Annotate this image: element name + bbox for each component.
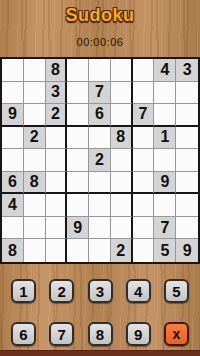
cell-r9c4[interactable] (67, 239, 89, 262)
cell-r5c8[interactable] (154, 149, 176, 172)
cell-r3c4[interactable] (67, 104, 89, 127)
bottom-edge (0, 350, 200, 356)
cell-r8c4[interactable]: 9 (67, 217, 89, 240)
cell-r1c7[interactable] (133, 59, 155, 82)
cell-r1c6[interactable] (111, 59, 133, 82)
cell-r4c1[interactable] (2, 127, 24, 150)
cell-r8c6[interactable] (111, 217, 133, 240)
cell-r6c8[interactable]: 9 (154, 172, 176, 195)
cell-r7c8[interactable] (154, 194, 176, 217)
cell-r7c5[interactable] (89, 194, 111, 217)
cell-r7c1[interactable]: 4 (2, 194, 24, 217)
cell-r3c9[interactable] (176, 104, 198, 127)
cell-r2c4[interactable] (67, 82, 89, 105)
numpad-button-6[interactable]: 6 (11, 322, 36, 346)
cell-r5c7[interactable] (133, 149, 155, 172)
cell-r1c5[interactable] (89, 59, 111, 82)
cell-r4c8[interactable]: 1 (154, 127, 176, 150)
app-title: Sudoku (0, 5, 200, 26)
cell-r9c6[interactable]: 2 (111, 239, 133, 262)
cell-r8c7[interactable] (133, 217, 155, 240)
cell-r1c8[interactable]: 4 (154, 59, 176, 82)
cell-r4c7[interactable] (133, 127, 155, 150)
cell-r8c5[interactable] (89, 217, 111, 240)
cell-r8c8[interactable]: 7 (154, 217, 176, 240)
cell-r1c1[interactable] (2, 59, 24, 82)
cell-r1c2[interactable] (24, 59, 46, 82)
numpad-row-2: 6789x (0, 322, 200, 346)
cell-r3c7[interactable]: 7 (133, 104, 155, 127)
cell-r1c9[interactable]: 3 (176, 59, 198, 82)
cell-r7c9[interactable] (176, 194, 198, 217)
cell-r8c2[interactable] (24, 217, 46, 240)
cell-r9c8[interactable]: 5 (154, 239, 176, 262)
cell-r6c5[interactable] (89, 172, 111, 195)
cell-r6c4[interactable] (67, 172, 89, 195)
cell-r3c6[interactable] (111, 104, 133, 127)
cell-r7c7[interactable] (133, 194, 155, 217)
cell-r3c2[interactable] (24, 104, 46, 127)
cell-r9c5[interactable] (89, 239, 111, 262)
cell-r9c3[interactable] (46, 239, 68, 262)
cell-r8c3[interactable] (46, 217, 68, 240)
cell-r9c2[interactable] (24, 239, 46, 262)
cell-r2c6[interactable] (111, 82, 133, 105)
cell-r2c3[interactable]: 3 (46, 82, 68, 105)
cell-r4c6[interactable]: 8 (111, 127, 133, 150)
cell-r6c1[interactable]: 6 (2, 172, 24, 195)
cell-r2c9[interactable] (176, 82, 198, 105)
cell-r6c2[interactable]: 8 (24, 172, 46, 195)
cell-r5c5[interactable]: 2 (89, 149, 111, 172)
numpad-button-3[interactable]: 3 (88, 279, 113, 303)
cell-r5c9[interactable] (176, 149, 198, 172)
cell-r7c6[interactable] (111, 194, 133, 217)
sudoku-app: Sudoku 00:00:06 84337926728126894978259 … (0, 0, 200, 356)
cell-r5c6[interactable] (111, 149, 133, 172)
numpad-button-4[interactable]: 4 (126, 279, 151, 303)
cell-r3c3[interactable]: 2 (46, 104, 68, 127)
cell-r9c7[interactable] (133, 239, 155, 262)
cell-r2c8[interactable] (154, 82, 176, 105)
cell-r2c1[interactable] (2, 82, 24, 105)
cell-r7c3[interactable] (46, 194, 68, 217)
numpad-button-2[interactable]: 2 (49, 279, 74, 303)
cell-r5c3[interactable] (46, 149, 68, 172)
cell-r4c3[interactable] (46, 127, 68, 150)
cell-r4c9[interactable] (176, 127, 198, 150)
cell-r8c1[interactable] (2, 217, 24, 240)
numpad-button-1[interactable]: 1 (11, 279, 36, 303)
cell-r5c2[interactable] (24, 149, 46, 172)
cell-r3c1[interactable]: 9 (2, 104, 24, 127)
cell-r9c9[interactable]: 9 (176, 239, 198, 262)
cell-r6c6[interactable] (111, 172, 133, 195)
cell-r7c2[interactable] (24, 194, 46, 217)
cell-r1c3[interactable]: 8 (46, 59, 68, 82)
numpad-button-9[interactable]: 9 (126, 322, 151, 346)
numpad-button-7[interactable]: 7 (49, 322, 74, 346)
cell-r2c7[interactable] (133, 82, 155, 105)
cell-r9c1[interactable]: 8 (2, 239, 24, 262)
cell-r6c7[interactable] (133, 172, 155, 195)
cell-r7c4[interactable] (67, 194, 89, 217)
cell-r3c8[interactable] (154, 104, 176, 127)
numpad-button-5[interactable]: 5 (164, 279, 189, 303)
cell-r5c1[interactable] (2, 149, 24, 172)
sudoku-board: 84337926728126894978259 (0, 57, 200, 264)
game-timer: 00:00:06 (0, 36, 200, 48)
cell-r6c9[interactable] (176, 172, 198, 195)
cell-r8c9[interactable] (176, 217, 198, 240)
cell-r6c3[interactable] (46, 172, 68, 195)
delete-button[interactable]: x (164, 322, 189, 346)
numpad-button-8[interactable]: 8 (88, 322, 113, 346)
cell-r4c4[interactable] (67, 127, 89, 150)
cell-r2c5[interactable]: 7 (89, 82, 111, 105)
cell-r4c2[interactable]: 2 (24, 127, 46, 150)
cell-r3c5[interactable]: 6 (89, 104, 111, 127)
cell-r4c5[interactable] (89, 127, 111, 150)
numpad-row-1: 12345 (0, 279, 200, 303)
cell-r5c4[interactable] (67, 149, 89, 172)
cell-r2c2[interactable] (24, 82, 46, 105)
cell-r1c4[interactable] (67, 59, 89, 82)
